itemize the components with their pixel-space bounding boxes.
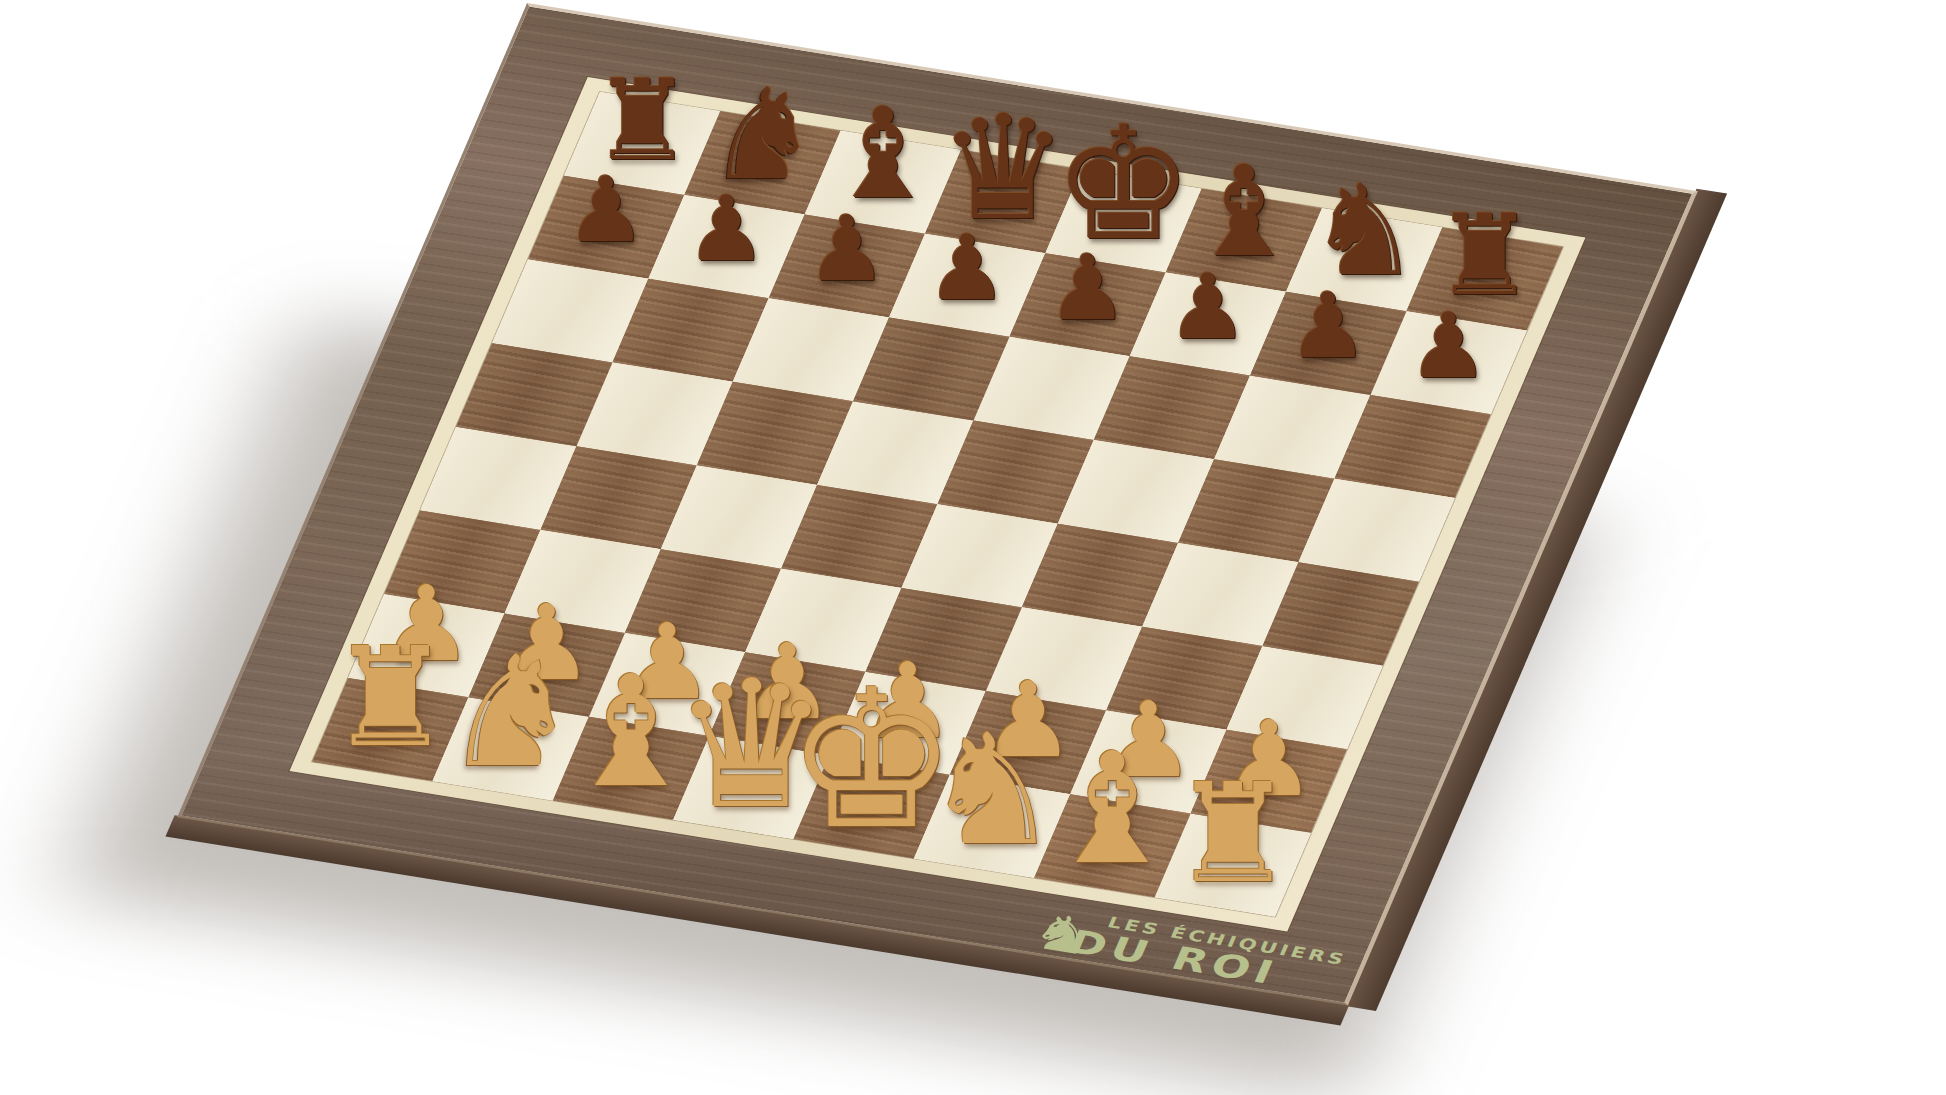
chess-board: ♞ LES ÉCHIQUIERS DU ROI (312, 92, 1562, 917)
product-photo-scene: ♞ LES ÉCHIQUIERS DU ROI ♜♞♝♛♚♝♞♜♟♟♟♟♟♟♟♟… (0, 0, 1946, 1095)
